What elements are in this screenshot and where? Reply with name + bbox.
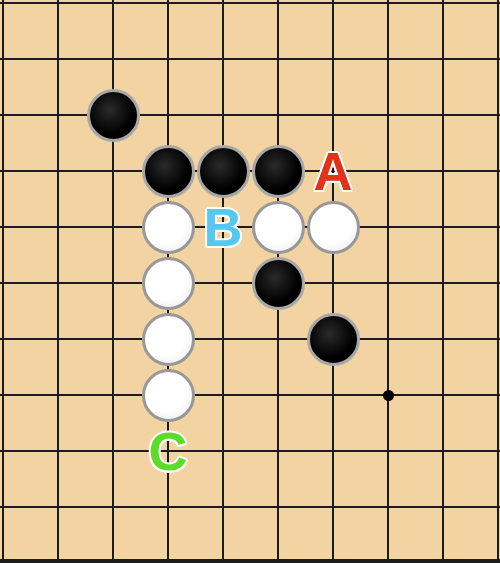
board-intersection[interactable] [306, 87, 361, 143]
board-intersection[interactable] [86, 367, 141, 423]
board-intersection[interactable] [196, 479, 251, 535]
board-intersection[interactable] [251, 143, 306, 199]
board-intersection[interactable] [471, 423, 500, 479]
board-intersection[interactable] [361, 199, 416, 255]
board-intersection[interactable] [306, 199, 361, 255]
board-intersection[interactable] [86, 423, 141, 479]
board-intersection[interactable] [306, 479, 361, 535]
board-intersection[interactable] [471, 367, 500, 423]
board-intersection[interactable] [31, 143, 86, 199]
board-intersection[interactable] [251, 311, 306, 367]
board-intersection[interactable] [0, 31, 31, 87]
board-intersection[interactable] [31, 479, 86, 535]
white-stone [142, 201, 195, 254]
board-intersection[interactable] [141, 367, 196, 423]
board-intersection[interactable] [31, 199, 86, 255]
board-intersection[interactable] [0, 87, 31, 143]
go-board-grid: ABC [0, 0, 500, 563]
board-intersection[interactable] [306, 31, 361, 87]
board-intersection[interactable] [31, 31, 86, 87]
board-intersection[interactable] [251, 423, 306, 479]
board-intersection[interactable] [141, 87, 196, 143]
board-intersection[interactable] [361, 255, 416, 311]
black-stone [307, 313, 360, 366]
board-intersection[interactable] [141, 479, 196, 535]
board-intersection[interactable] [196, 143, 251, 199]
board-intersection[interactable] [306, 367, 361, 423]
board-intersection[interactable] [416, 367, 471, 423]
board-intersection[interactable] [471, 479, 500, 535]
board-intersection[interactable] [251, 479, 306, 535]
board-intersection[interactable] [86, 143, 141, 199]
board-intersection[interactable] [31, 311, 86, 367]
board-intersection[interactable] [306, 311, 361, 367]
point-label-C[interactable]: C [149, 424, 188, 478]
board-intersection[interactable] [86, 87, 141, 143]
black-stone [142, 145, 195, 198]
board-intersection[interactable] [361, 87, 416, 143]
board-intersection[interactable] [471, 199, 500, 255]
board-intersection[interactable] [251, 87, 306, 143]
board-intersection[interactable] [141, 311, 196, 367]
black-stone [252, 257, 305, 310]
go-board: ABC [0, 0, 500, 563]
board-intersection[interactable] [416, 255, 471, 311]
board-intersection[interactable] [306, 255, 361, 311]
board-intersection[interactable] [251, 0, 306, 31]
board-intersection[interactable] [416, 311, 471, 367]
board-intersection[interactable] [361, 31, 416, 87]
board-intersection[interactable] [86, 479, 141, 535]
board-intersection[interactable] [0, 255, 31, 311]
board-intersection[interactable] [361, 479, 416, 535]
board-intersection[interactable] [416, 423, 471, 479]
board-intersection[interactable] [196, 0, 251, 31]
board-intersection[interactable] [306, 0, 361, 31]
board-intersection[interactable] [196, 311, 251, 367]
board-intersection[interactable] [251, 199, 306, 255]
board-bottom-edge [0, 559, 500, 563]
board-intersection[interactable] [251, 367, 306, 423]
board-intersection[interactable] [31, 87, 86, 143]
board-intersection[interactable] [31, 255, 86, 311]
board-intersection[interactable] [141, 143, 196, 199]
board-intersection[interactable] [416, 87, 471, 143]
board-intersection[interactable] [471, 0, 500, 31]
board-intersection[interactable] [416, 479, 471, 535]
board-intersection[interactable] [361, 311, 416, 367]
board-intersection[interactable] [0, 199, 31, 255]
board-intersection[interactable] [471, 31, 500, 87]
board-intersection[interactable] [361, 0, 416, 31]
board-intersection[interactable] [196, 423, 251, 479]
board-intersection[interactable] [251, 255, 306, 311]
board-intersection[interactable] [31, 367, 86, 423]
board-intersection[interactable] [471, 87, 500, 143]
board-intersection[interactable] [471, 143, 500, 199]
board-intersection[interactable] [0, 423, 31, 479]
board-intersection[interactable] [471, 255, 500, 311]
board-intersection[interactable] [141, 255, 196, 311]
board-intersection[interactable] [0, 0, 31, 31]
board-intersection[interactable]: A [306, 143, 361, 199]
board-intersection[interactable] [251, 31, 306, 87]
board-intersection[interactable]: C [141, 423, 196, 479]
board-intersection[interactable] [86, 255, 141, 311]
board-intersection[interactable] [196, 87, 251, 143]
board-intersection[interactable] [0, 143, 31, 199]
board-intersection[interactable] [141, 31, 196, 87]
black-stone [197, 145, 250, 198]
point-label-A[interactable]: A [314, 144, 353, 198]
board-intersection[interactable] [471, 311, 500, 367]
white-stone [142, 369, 195, 422]
board-intersection[interactable] [416, 143, 471, 199]
white-stone [252, 201, 305, 254]
board-intersection[interactable] [86, 31, 141, 87]
board-intersection[interactable] [86, 311, 141, 367]
board-intersection[interactable] [0, 479, 31, 535]
white-stone [307, 201, 360, 254]
board-intersection[interactable] [416, 199, 471, 255]
black-stone [87, 89, 140, 142]
board-intersection[interactable] [416, 31, 471, 87]
board-intersection[interactable] [196, 255, 251, 311]
board-intersection[interactable]: B [196, 199, 251, 255]
board-intersection[interactable] [416, 0, 471, 31]
board-intersection[interactable] [361, 367, 416, 423]
white-stone [142, 257, 195, 310]
white-stone [142, 313, 195, 366]
board-intersection[interactable] [0, 311, 31, 367]
board-intersection[interactable] [361, 143, 416, 199]
board-intersection[interactable] [196, 367, 251, 423]
board-intersection[interactable] [86, 199, 141, 255]
black-stone [252, 145, 305, 198]
board-intersection[interactable] [31, 0, 86, 31]
board-intersection[interactable] [86, 0, 141, 31]
board-intersection[interactable] [361, 423, 416, 479]
board-intersection[interactable] [306, 423, 361, 479]
board-intersection[interactable] [0, 367, 31, 423]
board-intersection[interactable] [31, 423, 86, 479]
board-intersection[interactable] [196, 31, 251, 87]
board-intersection[interactable] [141, 199, 196, 255]
board-intersection[interactable] [141, 0, 196, 31]
star-point [383, 390, 394, 401]
point-label-B[interactable]: B [204, 200, 243, 254]
